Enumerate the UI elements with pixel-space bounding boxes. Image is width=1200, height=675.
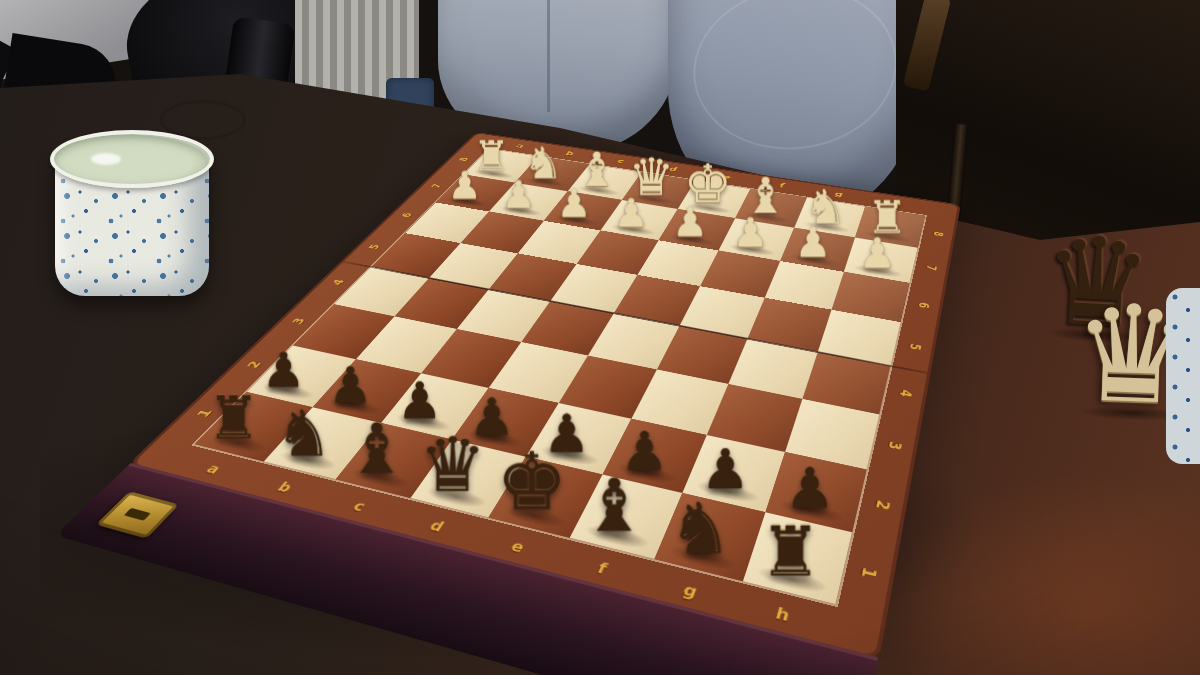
blue-floral-ceramic [1166, 288, 1200, 464]
chess-set-photo: ♜♞♝♛♚♝♞♜♟♟♟♟♟♟♟♟♟♟♟♟♟♟♟♟♜♞♝♛♚♝♞♜ abcdefg… [0, 0, 1200, 675]
white-pawn-glyph: ♟ [659, 203, 722, 243]
rank-label-4: 4 [303, 271, 372, 293]
black-bishop-glyph: ♝ [569, 469, 659, 542]
board-perspective-scene: ♜♞♝♛♚♝♞♜♟♟♟♟♟♟♟♟♟♟♟♟♟♟♟♟♜♞♝♛♚♝♞♜ abcdefg… [0, 0, 1200, 675]
white-pawn-glyph: ♟ [544, 184, 605, 223]
square-e5[interactable] [614, 275, 700, 326]
board-frame: ♜♞♝♛♚♝♞♜♟♟♟♟♟♟♟♟♟♟♟♟♟♟♟♟♜♞♝♛♚♝♞♜ abcdefg… [133, 133, 958, 656]
black-king-glyph: ♚ [488, 443, 576, 522]
teacup-rim [50, 130, 214, 188]
chess-board: ♜♞♝♛♚♝♞♜♟♟♟♟♟♟♟♟♟♟♟♟♟♟♟♟♜♞♝♛♚♝♞♜ abcdefg… [133, 133, 958, 656]
white-pawn-glyph: ♟ [781, 222, 845, 263]
square-h1[interactable]: ♜ [743, 512, 852, 604]
teacup [55, 146, 209, 296]
brass-latch-icon [96, 491, 179, 538]
black-rook-glyph: ♜ [744, 518, 838, 586]
black-rook[interactable]: ♜ [743, 512, 852, 604]
black-queen-glyph: ♛ [410, 427, 496, 502]
black-knight-glyph: ♞ [262, 402, 345, 466]
square-h4[interactable] [802, 352, 890, 415]
white-pawn-glyph: ♟ [600, 193, 662, 232]
square-f4[interactable] [657, 325, 748, 383]
rank-label-5: 5 [341, 237, 406, 257]
black-pawn-glyph: ♟ [766, 461, 854, 517]
white-pawn-glyph: ♟ [719, 212, 782, 252]
white-pawn-glyph: ♟ [489, 175, 549, 213]
black-knight-glyph: ♞ [655, 493, 747, 564]
black-bishop-glyph: ♝ [334, 415, 419, 484]
